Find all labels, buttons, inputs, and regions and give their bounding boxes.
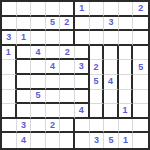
given-cell-r5c7: 2	[90, 60, 105, 75]
cell-r10c4[interactable]	[46, 133, 61, 148]
cell-r10c3[interactable]	[31, 133, 46, 148]
cell-r7c6[interactable]	[75, 90, 90, 105]
cell-r2c9[interactable]	[119, 17, 134, 32]
cell-r4c7[interactable]	[90, 46, 105, 61]
given-cell-r4c3: 4	[31, 46, 46, 61]
cell-r9c9[interactable]	[119, 119, 134, 134]
cell-r4c8[interactable]	[104, 46, 119, 61]
cell-r1c4[interactable]	[46, 2, 61, 17]
cell-r1c1[interactable]	[2, 2, 17, 17]
given-cell-r2c8: 3	[104, 17, 119, 32]
given-cell-r7c3: 5	[31, 90, 46, 105]
cell-r2c6[interactable]	[75, 17, 90, 32]
cell-r9c5[interactable]	[60, 119, 75, 134]
cell-r4c6[interactable]	[75, 46, 90, 61]
cell-r7c8[interactable]	[104, 90, 119, 105]
cell-r1c9[interactable]	[119, 2, 134, 17]
cell-r7c5[interactable]	[60, 90, 75, 105]
cell-r8c5[interactable]	[60, 104, 75, 119]
cell-r10c6[interactable]	[75, 133, 90, 148]
cell-r7c1[interactable]	[2, 90, 17, 105]
cell-r3c6[interactable]	[75, 31, 90, 46]
cell-r4c2[interactable]	[17, 46, 32, 61]
cell-r1c7[interactable]	[90, 2, 105, 17]
given-cell-r5c4: 4	[46, 60, 61, 75]
cell-r3c10[interactable]	[133, 31, 148, 46]
cell-r6c10[interactable]	[133, 75, 148, 90]
given-cell-r1c6: 1	[75, 2, 90, 17]
cell-r1c3[interactable]	[31, 2, 46, 17]
cell-r8c1[interactable]	[2, 104, 17, 119]
cell-r10c10[interactable]	[133, 133, 148, 148]
cell-r7c9[interactable]	[119, 90, 134, 105]
cell-r6c2[interactable]	[17, 75, 32, 90]
cell-r6c9[interactable]	[119, 75, 134, 90]
given-cell-r1c10: 2	[133, 2, 148, 17]
given-cell-r10c8: 5	[104, 133, 119, 148]
given-cell-r3c1: 3	[2, 31, 17, 46]
given-cell-r8c6: 4	[75, 104, 90, 119]
cell-r9c8[interactable]	[104, 119, 119, 134]
given-cell-r9c4: 2	[46, 119, 61, 134]
puzzle-board: 1252331142432554541324351	[0, 0, 150, 150]
given-cell-r4c5: 2	[60, 46, 75, 61]
cell-r9c7[interactable]	[90, 119, 105, 134]
cell-r8c7[interactable]	[90, 104, 105, 119]
cell-r2c10[interactable]	[133, 17, 148, 32]
cell-r8c4[interactable]	[46, 104, 61, 119]
cell-r3c9[interactable]	[119, 31, 134, 46]
cell-r2c2[interactable]	[17, 17, 32, 32]
cell-r4c10[interactable]	[133, 46, 148, 61]
cell-r1c2[interactable]	[17, 2, 32, 17]
cell-r10c5[interactable]	[60, 133, 75, 148]
cell-r7c7[interactable]	[90, 90, 105, 105]
cell-r8c10[interactable]	[133, 104, 148, 119]
cell-r6c6[interactable]	[75, 75, 90, 90]
given-cell-r3c2: 1	[17, 31, 32, 46]
cell-r2c3[interactable]	[31, 17, 46, 32]
given-cell-r10c9: 1	[119, 133, 134, 148]
cell-r5c3[interactable]	[31, 60, 46, 75]
given-cell-r6c8: 4	[104, 75, 119, 90]
cell-r9c10[interactable]	[133, 119, 148, 134]
cell-r7c4[interactable]	[46, 90, 61, 105]
given-cell-r9c2: 3	[17, 119, 32, 134]
given-cell-r6c7: 5	[90, 75, 105, 90]
cell-r1c5[interactable]	[60, 2, 75, 17]
cell-r3c4[interactable]	[46, 31, 61, 46]
cell-r3c3[interactable]	[31, 31, 46, 46]
given-cell-r10c2: 4	[17, 133, 32, 148]
cell-r10c1[interactable]	[2, 133, 17, 148]
cell-r6c3[interactable]	[31, 75, 46, 90]
cell-r2c7[interactable]	[90, 17, 105, 32]
cell-r6c4[interactable]	[46, 75, 61, 90]
cell-r3c5[interactable]	[60, 31, 75, 46]
cell-r2c1[interactable]	[2, 17, 17, 32]
given-cell-r2c4: 5	[46, 17, 61, 32]
cell-r9c6[interactable]	[75, 119, 90, 134]
given-cell-r5c6: 3	[75, 60, 90, 75]
cell-r6c5[interactable]	[60, 75, 75, 90]
cell-r1c8[interactable]	[104, 2, 119, 17]
cell-r9c3[interactable]	[31, 119, 46, 134]
cell-r7c10[interactable]	[133, 90, 148, 105]
given-cell-r10c7: 3	[90, 133, 105, 148]
cell-r3c8[interactable]	[104, 31, 119, 46]
cell-r5c9[interactable]	[119, 60, 134, 75]
given-cell-r2c5: 2	[60, 17, 75, 32]
cell-r9c1[interactable]	[2, 119, 17, 134]
cell-r5c5[interactable]	[60, 60, 75, 75]
cell-r5c1[interactable]	[2, 60, 17, 75]
cell-r7c2[interactable]	[17, 90, 32, 105]
cell-r8c3[interactable]	[31, 104, 46, 119]
cell-r8c8[interactable]	[104, 104, 119, 119]
cell-r5c8[interactable]	[104, 60, 119, 75]
cell-r6c1[interactable]	[2, 75, 17, 90]
cell-r8c2[interactable]	[17, 104, 32, 119]
cell-r3c7[interactable]	[90, 31, 105, 46]
cell-r5c2[interactable]	[17, 60, 32, 75]
cell-r4c9[interactable]	[119, 46, 134, 61]
given-cell-r4c1: 1	[2, 46, 17, 61]
given-cell-r8c9: 1	[119, 104, 134, 119]
cell-r4c4[interactable]	[46, 46, 61, 61]
given-cell-r5c10: 5	[133, 60, 148, 75]
